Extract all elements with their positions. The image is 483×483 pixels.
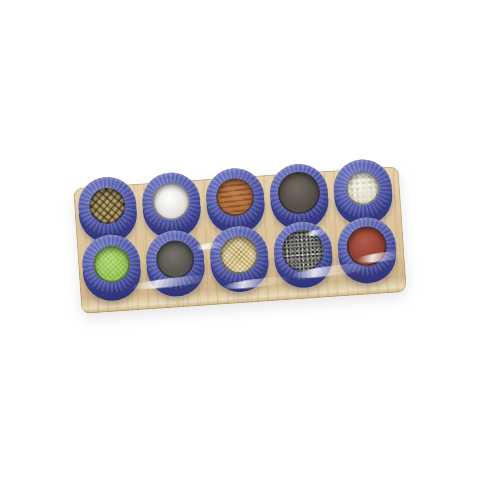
board-cell-r2c4 [269,220,337,282]
board-cell-r2c2 [141,228,209,290]
pot-grid [73,157,400,294]
board-cell-r1c3 [201,166,269,228]
scene [0,0,483,483]
texture-pot-red-smooth[interactable] [336,215,398,287]
board-cell-r1c1 [73,175,141,237]
wooden-tray [73,166,407,314]
board-cell-r2c5 [333,215,401,277]
board-cell-r1c2 [137,170,205,232]
board-cell-r2c1 [77,233,145,295]
texture-pot-green-fabric[interactable] [80,233,142,305]
board-cell-r2c3 [205,224,273,286]
texture-pot-cream-mesh[interactable] [208,224,270,296]
texture-pot-charcoal-smooth[interactable] [144,229,206,301]
texture-pot-grey-speckled[interactable] [272,220,334,292]
board-cell-r1c4 [265,162,333,224]
board-cell-r1c5 [329,157,397,219]
